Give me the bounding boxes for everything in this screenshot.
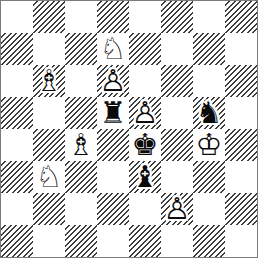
square-g4[interactable]: ♚♔ [193, 129, 225, 161]
white-bishop-b6: ♝♗ [33, 65, 65, 97]
white-knight-d7: ♞♘ [97, 33, 129, 65]
white-pawn-d6: ♟♙ [97, 65, 129, 97]
square-e5[interactable]: ♟♙ [129, 97, 161, 129]
square-e7[interactable] [129, 33, 161, 65]
white-pawn-e5: ♟♙ [129, 97, 161, 129]
black-knight-g5: ♞♞ [193, 97, 225, 129]
square-d8[interactable] [97, 1, 129, 33]
square-a1[interactable] [1, 225, 33, 257]
square-h7[interactable] [225, 33, 257, 65]
square-c6[interactable] [65, 65, 97, 97]
piece-glyph: ♝ [129, 161, 161, 193]
square-a3[interactable] [1, 161, 33, 193]
square-h1[interactable] [225, 225, 257, 257]
square-f3[interactable] [161, 161, 193, 193]
square-f8[interactable] [161, 1, 193, 33]
square-b4[interactable] [33, 129, 65, 161]
square-c1[interactable] [65, 225, 97, 257]
chess-board: ♞♘♝♗♟♙♜♜♟♙♞♞♝♗♚♚♚♔♞♘♝♝♟♙ [1, 1, 257, 257]
square-f2[interactable]: ♟♙ [161, 193, 193, 225]
square-h6[interactable] [225, 65, 257, 97]
square-c3[interactable] [65, 161, 97, 193]
square-d5[interactable]: ♜♜ [97, 97, 129, 129]
square-a7[interactable] [1, 33, 33, 65]
square-h4[interactable] [225, 129, 257, 161]
square-g1[interactable] [193, 225, 225, 257]
square-b7[interactable] [33, 33, 65, 65]
square-e3[interactable]: ♝♝ [129, 161, 161, 193]
white-bishop-c4: ♝♗ [65, 129, 97, 161]
square-h2[interactable] [225, 193, 257, 225]
square-e8[interactable] [129, 1, 161, 33]
piece-glyph: ♗ [33, 65, 65, 97]
square-e1[interactable] [129, 225, 161, 257]
square-c7[interactable] [65, 33, 97, 65]
piece-glyph: ♚ [129, 129, 161, 161]
square-e2[interactable] [129, 193, 161, 225]
square-d2[interactable] [97, 193, 129, 225]
white-knight-b3: ♞♘ [33, 161, 65, 193]
square-h5[interactable] [225, 97, 257, 129]
square-g8[interactable] [193, 1, 225, 33]
square-d4[interactable] [97, 129, 129, 161]
square-h3[interactable] [225, 161, 257, 193]
square-c4[interactable]: ♝♗ [65, 129, 97, 161]
square-f6[interactable] [161, 65, 193, 97]
square-b3[interactable]: ♞♘ [33, 161, 65, 193]
square-c8[interactable] [65, 1, 97, 33]
piece-glyph: ♗ [65, 129, 97, 161]
square-h8[interactable] [225, 1, 257, 33]
square-d7[interactable]: ♞♘ [97, 33, 129, 65]
square-f5[interactable] [161, 97, 193, 129]
square-b1[interactable] [33, 225, 65, 257]
square-e4[interactable]: ♚♚ [129, 129, 161, 161]
square-c2[interactable] [65, 193, 97, 225]
square-b8[interactable] [33, 1, 65, 33]
square-a8[interactable] [1, 1, 33, 33]
square-a4[interactable] [1, 129, 33, 161]
white-king-g4: ♚♔ [193, 129, 225, 161]
square-d6[interactable]: ♟♙ [97, 65, 129, 97]
square-g3[interactable] [193, 161, 225, 193]
piece-glyph: ♞ [193, 97, 225, 129]
square-a5[interactable] [1, 97, 33, 129]
square-d1[interactable] [97, 225, 129, 257]
piece-glyph: ♘ [33, 161, 65, 193]
black-king-e4: ♚♚ [129, 129, 161, 161]
piece-glyph: ♜ [97, 97, 129, 129]
piece-glyph: ♙ [129, 97, 161, 129]
chess-board-frame: ♞♘♝♗♟♙♜♜♟♙♞♞♝♗♚♚♚♔♞♘♝♝♟♙ [0, 0, 258, 258]
square-b2[interactable] [33, 193, 65, 225]
square-g6[interactable] [193, 65, 225, 97]
piece-glyph: ♙ [161, 193, 193, 225]
square-g7[interactable] [193, 33, 225, 65]
square-g5[interactable]: ♞♞ [193, 97, 225, 129]
square-f7[interactable] [161, 33, 193, 65]
piece-glyph: ♔ [193, 129, 225, 161]
black-rook-d5: ♜♜ [97, 97, 129, 129]
piece-glyph: ♘ [97, 33, 129, 65]
square-f4[interactable] [161, 129, 193, 161]
square-b6[interactable]: ♝♗ [33, 65, 65, 97]
square-g2[interactable] [193, 193, 225, 225]
square-f1[interactable] [161, 225, 193, 257]
square-e6[interactable] [129, 65, 161, 97]
square-c5[interactable] [65, 97, 97, 129]
black-bishop-e3: ♝♝ [129, 161, 161, 193]
square-a6[interactable] [1, 65, 33, 97]
square-b5[interactable] [33, 97, 65, 129]
square-d3[interactable] [97, 161, 129, 193]
piece-glyph: ♙ [97, 65, 129, 97]
square-a2[interactable] [1, 193, 33, 225]
white-pawn-f2: ♟♙ [161, 193, 193, 225]
